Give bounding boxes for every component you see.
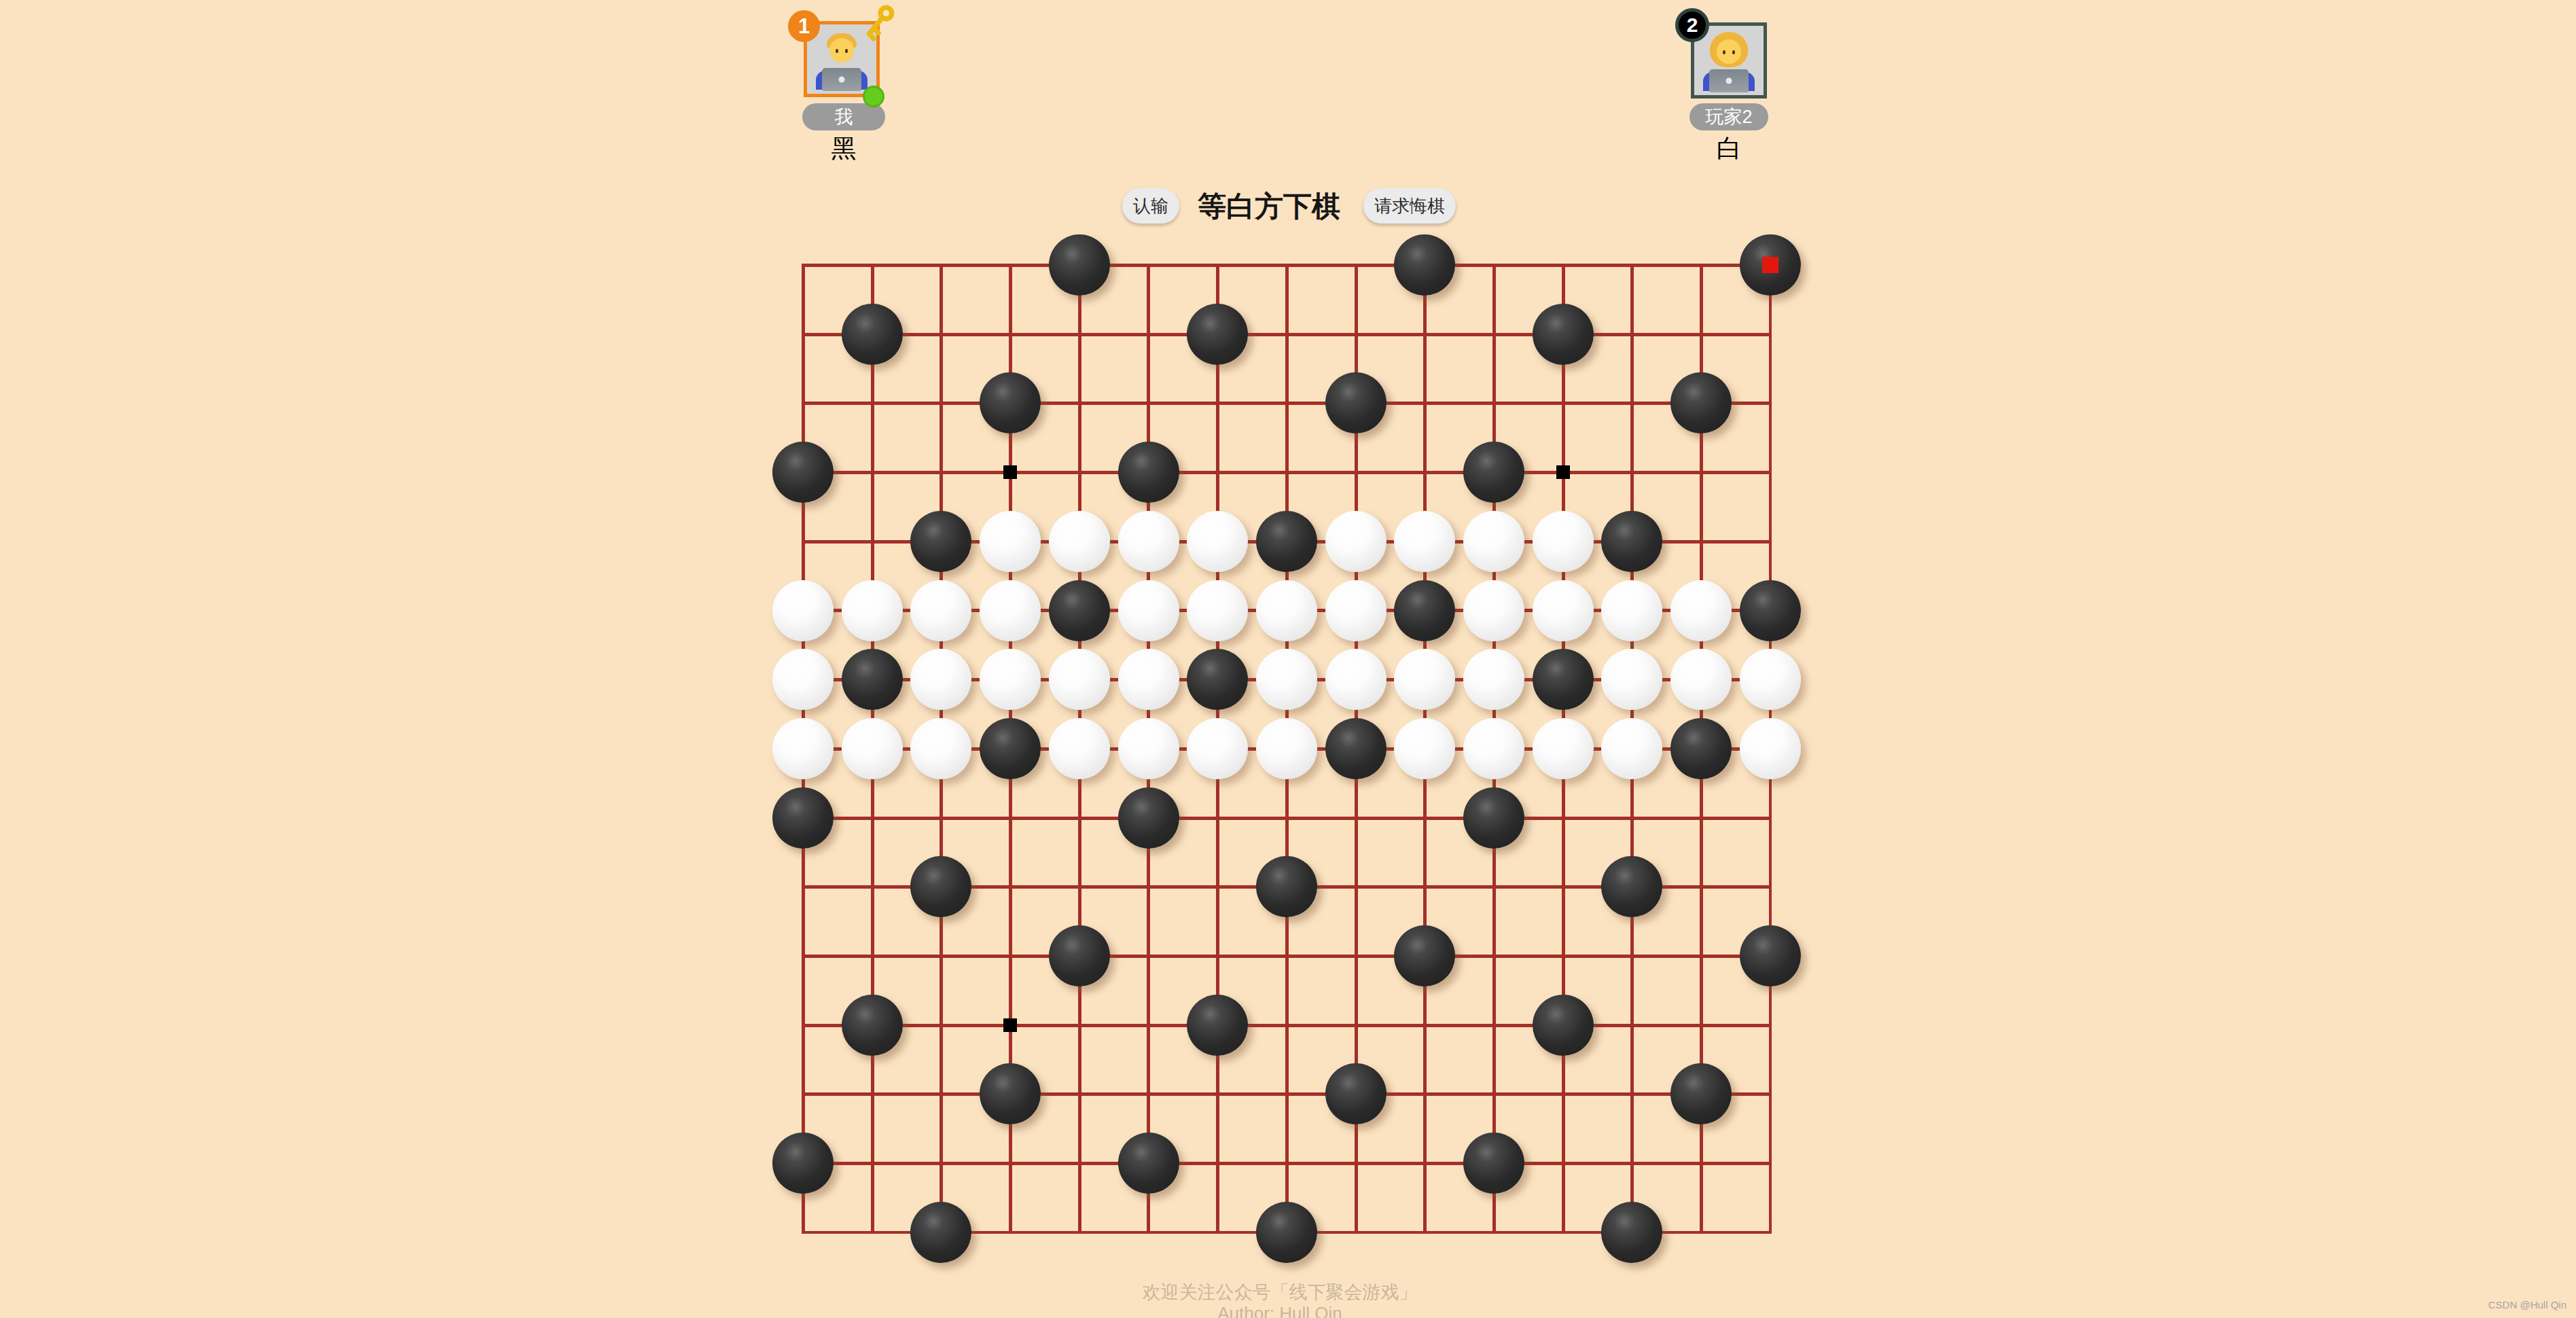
stone-white (772, 580, 834, 641)
stone-black (772, 1133, 834, 1194)
stone-white (1118, 718, 1179, 779)
stone-black (1394, 925, 1455, 986)
player1-number-badge: 1 (788, 10, 820, 42)
stone-black (1670, 718, 1732, 779)
game-page: 1 我 黑 2 玩家2 白 (0, 0, 2576, 1318)
player1-name: 我 (802, 103, 885, 130)
stone-black (1740, 580, 1801, 641)
stone-white (1187, 580, 1248, 641)
stone-white (1463, 511, 1524, 572)
stone-black (1394, 234, 1455, 296)
stone-white (910, 580, 971, 641)
player1-color-label: 黑 (802, 132, 885, 166)
stone-black (1394, 580, 1455, 641)
stone-white (1325, 511, 1387, 572)
stone-white (1187, 511, 1248, 572)
player1-online-dot (863, 86, 884, 107)
stone-black (1740, 925, 1801, 986)
player2-color-label: 白 (1689, 132, 1768, 166)
stone-white (1118, 649, 1179, 710)
stone-white (1394, 649, 1455, 710)
stone-black (980, 372, 1041, 433)
stone-white (1256, 580, 1317, 641)
stone-white (1533, 511, 1594, 572)
stone-white (842, 718, 903, 779)
stone-black (842, 995, 903, 1056)
stone-white (1325, 580, 1387, 641)
stone-white (1463, 649, 1524, 710)
stone-black (1256, 856, 1317, 917)
stone-white (772, 718, 834, 779)
stone-black (1325, 372, 1387, 433)
stone-black (980, 1063, 1041, 1124)
resign-button[interactable]: 认输 (1122, 188, 1179, 224)
stone-black (1463, 787, 1524, 849)
star-point (1003, 465, 1017, 479)
stone-white (1463, 718, 1524, 779)
stone-black (1325, 718, 1387, 779)
stone-black (1049, 925, 1110, 986)
stone-black (1325, 1063, 1387, 1124)
stone-black (1533, 995, 1594, 1056)
stone-white (1049, 718, 1110, 779)
stone-white (1394, 511, 1455, 572)
stone-black (1601, 1202, 1662, 1263)
stone-white (1256, 718, 1317, 779)
stone-black (1601, 511, 1662, 572)
stone-black (772, 787, 834, 849)
stone-white (1118, 580, 1179, 641)
stone-white (772, 649, 834, 710)
stone-white (1670, 649, 1732, 710)
stone-black (1533, 649, 1594, 710)
stone-black (1670, 372, 1732, 433)
stone-black (1187, 304, 1248, 365)
stone-black (1463, 442, 1524, 503)
stone-white (980, 580, 1041, 641)
stone-white (1394, 718, 1455, 779)
stone-white (1601, 718, 1662, 779)
star-point (1556, 465, 1570, 479)
stone-white (1256, 649, 1317, 710)
stone-black (910, 511, 971, 572)
player2-number-badge: 2 (1675, 8, 1709, 42)
stone-black (1187, 649, 1248, 710)
stone-white (910, 649, 971, 710)
stone-black (910, 1202, 971, 1263)
star-point (1003, 1018, 1017, 1032)
status-text: 等白方下棋 (1198, 189, 1340, 224)
stone-black (772, 442, 834, 503)
stone-white (1601, 649, 1662, 710)
stone-black (1670, 1063, 1732, 1124)
footer-author-text: Author: Hull Qin (1217, 1303, 1342, 1318)
go-board[interactable] (802, 264, 1772, 1234)
stone-black (1187, 995, 1248, 1056)
stone-white (1325, 649, 1387, 710)
request-undo-button[interactable]: 请求悔棋 (1363, 188, 1456, 224)
stone-white (1601, 580, 1662, 641)
csdn-watermark: CSDN @Hull Qin (2488, 1299, 2566, 1311)
stone-black (910, 856, 971, 917)
stone-white (1049, 649, 1110, 710)
stone-white (1740, 718, 1801, 779)
stone-white (1670, 580, 1732, 641)
stone-white (1740, 649, 1801, 710)
stone-black (1463, 1133, 1524, 1194)
stone-white (910, 718, 971, 779)
last-move-marker (1762, 257, 1778, 273)
stone-white (980, 511, 1041, 572)
stone-white (1533, 718, 1594, 779)
stone-white (1533, 580, 1594, 641)
stone-black (980, 718, 1041, 779)
stone-white (1118, 511, 1179, 572)
stone-white (1049, 511, 1110, 572)
stone-black (1256, 1202, 1317, 1263)
stone-black (1533, 304, 1594, 365)
stone-white (1463, 580, 1524, 641)
player2-name: 玩家2 (1689, 103, 1768, 130)
stone-black (842, 304, 903, 365)
key-icon (860, 4, 897, 42)
stone-white (1187, 718, 1248, 779)
stone-black (1118, 787, 1179, 849)
stone-black (1118, 442, 1179, 503)
stone-white (842, 580, 903, 641)
stone-white (980, 649, 1041, 710)
stone-black (1256, 511, 1317, 572)
stone-black (1118, 1133, 1179, 1194)
stone-black (1049, 234, 1110, 296)
stone-black (1049, 580, 1110, 641)
footer-promo-text: 欢迎关注公众号「线下聚会游戏」 (1143, 1280, 1418, 1304)
stone-black (1601, 856, 1662, 917)
stone-black (842, 649, 903, 710)
